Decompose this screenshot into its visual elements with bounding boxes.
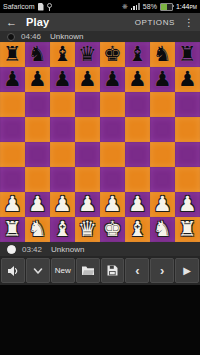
piece-black-bishop: ♝ [53,44,72,65]
carrier-label: Safaricom [3,3,35,10]
piece-black-knight: ♞ [153,44,172,65]
square-a3[interactable] [0,167,25,192]
square-e4[interactable] [100,142,125,167]
square-f1[interactable]: ♝ [125,217,150,242]
page-title: Play [26,16,49,28]
piece-white-king: ♚ [103,219,122,240]
step-forward-button[interactable]: › [150,258,174,283]
back-arrow-icon[interactable]: ← [6,16,17,28]
new-game-button[interactable]: New [51,258,75,283]
square-h1[interactable]: ♜ [175,217,200,242]
step-back-button[interactable]: ‹ [125,258,149,283]
battery-icon [160,3,173,11]
play-triangle-icon: ▶ [183,266,191,276]
overflow-menu-icon[interactable]: ⋮ [184,17,194,28]
square-d5[interactable] [75,117,100,142]
app-bar: ← Play OPTIONS ⋮ [0,13,200,31]
square-a1[interactable]: ♜ [0,217,25,242]
angle-left-icon: ‹ [135,264,139,277]
square-c8[interactable]: ♝ [50,42,75,67]
square-e5[interactable] [100,117,125,142]
square-c6[interactable] [50,92,75,117]
square-a4[interactable] [0,142,25,167]
square-b6[interactable] [25,92,50,117]
piece-black-knight: ♞ [28,44,47,65]
square-h7[interactable]: ♟ [175,67,200,92]
square-c1[interactable]: ♝ [50,217,75,242]
piece-white-pawn: ♟ [28,194,47,215]
opponent-clock: 04:46 [21,32,41,41]
piece-black-king: ♚ [103,44,122,65]
player-name: Unknown [51,245,84,254]
piece-black-pawn: ♟ [78,69,97,90]
square-g3[interactable] [150,167,175,192]
new-game-label: New [55,266,71,275]
piece-white-rook: ♜ [3,219,22,240]
square-d1[interactable]: ♛ [75,217,100,242]
square-d6[interactable] [75,92,100,117]
toolbar: New ‹ › ▶ [0,256,200,285]
options-button[interactable]: OPTIONS [135,18,175,27]
battery-percent-label: 58% [143,3,157,10]
square-d4[interactable] [75,142,100,167]
opponent-name: Unknown [50,32,83,41]
status-bar: Safaricom ❋ 58% 1:44PM [0,0,200,13]
square-f3[interactable] [125,167,150,192]
square-c5[interactable] [50,117,75,142]
square-f6[interactable] [125,92,150,117]
square-b1[interactable]: ♞ [25,217,50,242]
square-e6[interactable] [100,92,125,117]
square-a8[interactable]: ♜ [0,42,25,67]
piece-black-rook: ♜ [178,44,197,65]
square-h8[interactable]: ♜ [175,42,200,67]
piece-black-pawn: ♟ [53,69,72,90]
square-f7[interactable]: ♟ [125,67,150,92]
black-side-indicator [7,33,15,41]
piece-black-bishop: ♝ [128,44,147,65]
chevron-down-icon [31,264,45,278]
square-e1[interactable]: ♚ [100,217,125,242]
piece-white-bishop: ♝ [53,219,72,240]
empty-screen-area [0,285,200,355]
square-c3[interactable] [50,167,75,192]
piece-white-bishop: ♝ [128,219,147,240]
square-c4[interactable] [50,142,75,167]
piece-white-pawn: ♟ [53,194,72,215]
square-g1[interactable]: ♞ [150,217,175,242]
square-a5[interactable] [0,117,25,142]
square-e7[interactable]: ♟ [100,67,125,92]
square-f8[interactable]: ♝ [125,42,150,67]
folder-open-icon [81,265,95,277]
square-e8[interactable]: ♚ [100,42,125,67]
piece-white-rook: ♜ [178,219,197,240]
player-info-bar: 03:42 Unknown [0,242,200,256]
dropdown-button[interactable] [26,258,50,283]
square-h3[interactable] [175,167,200,192]
piece-black-pawn: ♟ [128,69,147,90]
piece-black-queen: ♛ [78,44,97,65]
square-e2[interactable]: ♟ [100,192,125,217]
square-d3[interactable] [75,167,100,192]
save-game-button[interactable] [101,258,125,283]
piece-white-pawn: ♟ [128,194,147,215]
square-a2[interactable]: ♟ [0,192,25,217]
clock-time: 1:44PM [176,3,197,10]
piece-white-queen: ♛ [78,219,97,240]
piece-black-pawn: ♟ [103,69,122,90]
floppy-disk-icon [106,264,119,277]
square-h5[interactable] [175,117,200,142]
square-f4[interactable] [125,142,150,167]
piece-black-pawn: ♟ [178,69,197,90]
square-g8[interactable]: ♞ [150,42,175,67]
square-f5[interactable] [125,117,150,142]
chess-board: ♜♞♝♛♚♝♞♜♟♟♟♟♟♟♟♟♟♟♟♟♟♟♟♟♜♞♝♛♚♝♞♜ [0,42,200,242]
square-b4[interactable] [25,142,50,167]
piece-white-pawn: ♟ [3,194,22,215]
square-c2[interactable]: ♟ [50,192,75,217]
square-b7[interactable]: ♟ [25,67,50,92]
piece-black-pawn: ♟ [28,69,47,90]
piece-white-pawn: ♟ [103,194,122,215]
square-d7[interactable]: ♟ [75,67,100,92]
angle-right-icon: › [160,264,164,277]
sim-card-icon [38,3,44,11]
square-f2[interactable]: ♟ [125,192,150,217]
square-h6[interactable] [175,92,200,117]
vibrate-icon: ❋ [122,3,128,11]
piece-black-rook: ♜ [3,44,22,65]
open-game-button[interactable] [76,258,100,283]
location-pin-icon [47,3,51,11]
square-a7[interactable]: ♟ [0,67,25,92]
sound-button[interactable] [1,258,25,283]
square-b2[interactable]: ♟ [25,192,50,217]
square-g5[interactable] [150,117,175,142]
square-g7[interactable]: ♟ [150,67,175,92]
speaker-icon [6,264,20,278]
square-b3[interactable] [25,167,50,192]
square-g4[interactable] [150,142,175,167]
square-h2[interactable]: ♟ [175,192,200,217]
piece-black-pawn: ♟ [3,69,22,90]
white-to-move-indicator [7,245,16,254]
piece-white-pawn: ♟ [78,194,97,215]
piece-white-knight: ♞ [28,219,47,240]
square-b5[interactable] [25,117,50,142]
piece-white-pawn: ♟ [178,194,197,215]
piece-white-pawn: ♟ [153,194,172,215]
square-c7[interactable]: ♟ [50,67,75,92]
opponent-info-bar: 04:46 Unknown [0,31,200,42]
signal-bars-icon [131,3,140,10]
square-g6[interactable] [150,92,175,117]
play-moves-button[interactable]: ▶ [175,258,199,283]
square-h4[interactable] [175,142,200,167]
square-a6[interactable] [0,92,25,117]
square-d2[interactable]: ♟ [75,192,100,217]
player-clock: 03:42 [22,245,42,254]
square-b8[interactable]: ♞ [25,42,50,67]
piece-black-pawn: ♟ [153,69,172,90]
square-e3[interactable] [100,167,125,192]
square-g2[interactable]: ♟ [150,192,175,217]
square-d8[interactable]: ♛ [75,42,100,67]
piece-white-knight: ♞ [153,219,172,240]
